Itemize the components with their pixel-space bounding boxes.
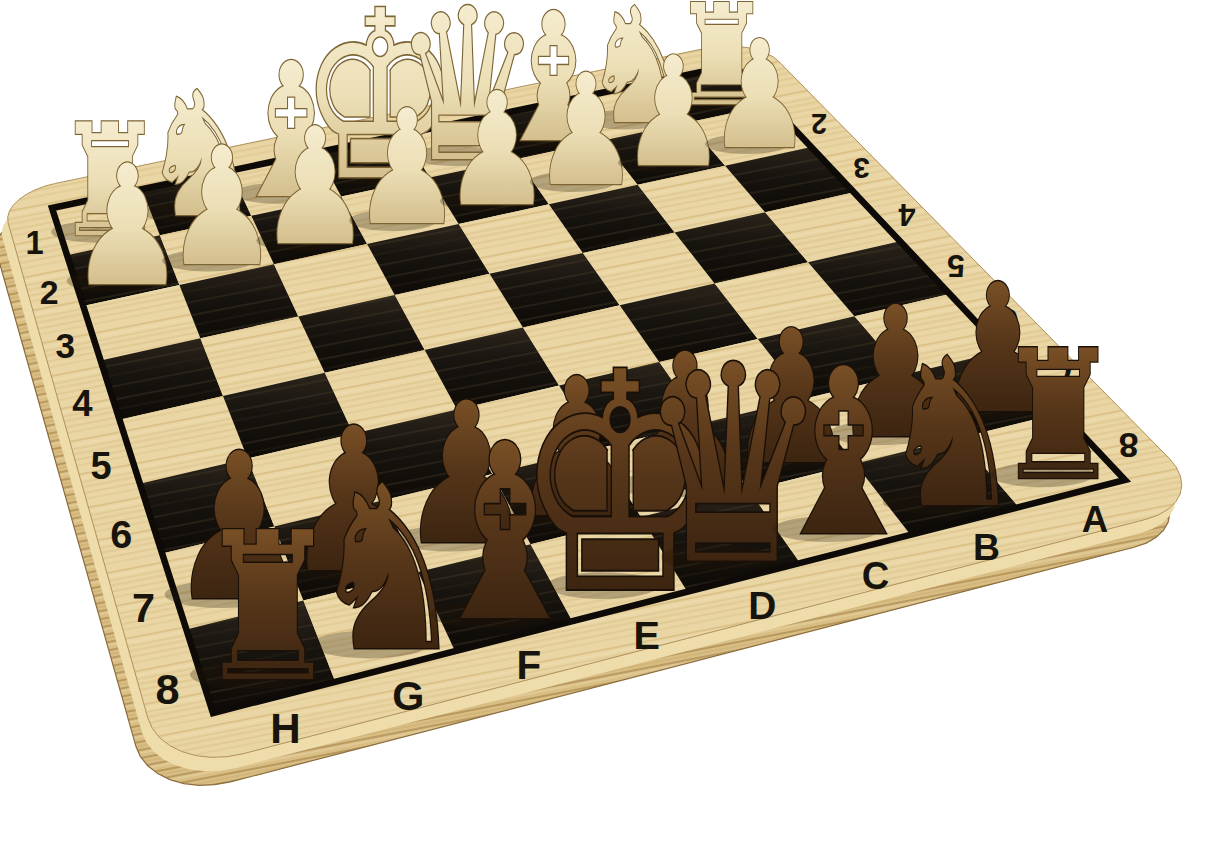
rank-label-left-1: 1 [26,224,44,261]
rank-label-left-2: 2 [40,273,59,311]
rank-label-left-8: 8 [155,665,179,713]
rank-label-left-5: 5 [91,445,112,487]
rank-label-left-3: 3 [56,326,76,365]
rank-label-right-8: 8 [1119,425,1139,465]
rank-label-right-2: 2 [811,108,827,140]
piece-black-rook-a8[interactable]: ♜ [996,312,1121,521]
rank-label-left-7: 7 [132,585,155,631]
piece-white-pawn-a2[interactable]: ♟ [707,8,811,182]
rank-label-left-6: 6 [110,512,132,556]
rank-label-right-4: 4 [898,198,915,232]
rank-label-left-4: 4 [72,383,93,424]
photo-canvas: 12345678HGFEDCBA2345678♜♞♝♚♛♝♞♜♟♟♟♟♟♟♟♟♟… [0,0,1214,844]
chessboard: 12345678HGFEDCBA2345678♜♞♝♚♛♝♞♜♟♟♟♟♟♟♟♟♟… [0,0,1214,844]
rank-label-right-3: 3 [853,152,869,185]
